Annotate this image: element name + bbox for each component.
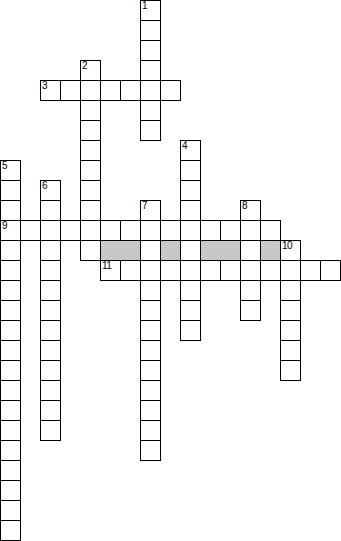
crossword-cell[interactable] bbox=[180, 240, 201, 261]
crossword-board: 1234567891011 bbox=[0, 0, 341, 541]
crossword-cell[interactable] bbox=[140, 20, 161, 41]
crossword-cell[interactable] bbox=[220, 220, 241, 241]
crossword-cell[interactable] bbox=[40, 320, 61, 341]
crossword-cell[interactable] bbox=[240, 300, 261, 321]
crossword-cell[interactable] bbox=[180, 300, 201, 321]
crossword-cell[interactable] bbox=[280, 300, 301, 321]
crossword-cell[interactable] bbox=[240, 280, 261, 301]
clue-number: 5 bbox=[2, 161, 7, 171]
crossword-cell[interactable] bbox=[40, 220, 61, 241]
crossword-cell[interactable] bbox=[40, 240, 61, 261]
crossword-cell[interactable] bbox=[80, 80, 101, 101]
crossword-cell[interactable] bbox=[40, 280, 61, 301]
crossword-cell[interactable] bbox=[0, 280, 21, 301]
crossword-cell[interactable] bbox=[140, 240, 161, 261]
crossword-cell[interactable] bbox=[0, 520, 21, 541]
crossword-cell[interactable]: 1 bbox=[140, 0, 161, 21]
crossword-cell[interactable]: 6 bbox=[40, 180, 61, 201]
crossword-cell[interactable] bbox=[0, 180, 21, 201]
crossword-cell[interactable] bbox=[0, 420, 21, 441]
crossword-cell[interactable] bbox=[40, 260, 61, 281]
crossword-cell[interactable] bbox=[140, 100, 161, 121]
clue-number: 6 bbox=[42, 181, 47, 191]
crossword-cell[interactable] bbox=[0, 340, 21, 361]
crossword-cell[interactable] bbox=[280, 340, 301, 361]
crossword-cell[interactable] bbox=[80, 240, 101, 261]
crossword-cell[interactable] bbox=[140, 220, 161, 241]
crossword-cell[interactable] bbox=[280, 320, 301, 341]
crossword-cell[interactable] bbox=[140, 260, 161, 281]
crossword-cell[interactable] bbox=[0, 260, 21, 281]
crossword-cell[interactable] bbox=[160, 80, 181, 101]
shaded-cell bbox=[200, 240, 221, 261]
crossword-cell[interactable] bbox=[140, 420, 161, 441]
crossword-cell[interactable] bbox=[40, 200, 61, 221]
crossword-cell[interactable] bbox=[60, 80, 81, 101]
crossword-cell[interactable]: 11 bbox=[100, 260, 121, 281]
crossword-cell[interactable] bbox=[20, 220, 41, 241]
crossword-cell[interactable] bbox=[140, 80, 161, 101]
clue-number: 9 bbox=[2, 221, 7, 231]
crossword-cell[interactable]: 9 bbox=[0, 220, 21, 241]
crossword-cell[interactable] bbox=[40, 300, 61, 321]
crossword-cell[interactable] bbox=[160, 220, 181, 241]
crossword-cell[interactable] bbox=[0, 380, 21, 401]
crossword-cell[interactable] bbox=[180, 220, 201, 241]
crossword-cell[interactable] bbox=[100, 220, 121, 241]
crossword-cell[interactable] bbox=[40, 340, 61, 361]
shaded-cell bbox=[260, 240, 281, 261]
crossword-cell[interactable] bbox=[140, 360, 161, 381]
crossword-cell[interactable] bbox=[140, 320, 161, 341]
crossword-cell[interactable]: 3 bbox=[40, 80, 61, 101]
crossword-cell[interactable] bbox=[0, 480, 21, 501]
crossword-cell[interactable] bbox=[240, 240, 261, 261]
crossword-cell[interactable] bbox=[120, 220, 141, 241]
crossword-cell[interactable] bbox=[0, 500, 21, 521]
crossword-cell[interactable] bbox=[160, 260, 181, 281]
crossword-cell[interactable] bbox=[100, 80, 121, 101]
crossword-cell[interactable] bbox=[40, 400, 61, 421]
crossword-cell[interactable] bbox=[140, 340, 161, 361]
crossword-cell[interactable] bbox=[80, 220, 101, 241]
crossword-cell[interactable] bbox=[140, 120, 161, 141]
clue-number: 4 bbox=[182, 141, 187, 151]
crossword-cell[interactable] bbox=[80, 120, 101, 141]
crossword-cell[interactable] bbox=[180, 280, 201, 301]
crossword-cell[interactable] bbox=[140, 60, 161, 81]
clue-number: 1 bbox=[142, 1, 147, 11]
crossword-cell[interactable] bbox=[320, 260, 341, 281]
crossword-cell[interactable] bbox=[200, 220, 221, 241]
clue-number: 3 bbox=[42, 81, 47, 91]
crossword-cell[interactable] bbox=[120, 80, 141, 101]
crossword-cell[interactable] bbox=[80, 180, 101, 201]
crossword-cell[interactable] bbox=[40, 380, 61, 401]
crossword-cell[interactable]: 4 bbox=[180, 140, 201, 161]
crossword-cell[interactable] bbox=[40, 360, 61, 381]
crossword-cell[interactable] bbox=[260, 260, 281, 281]
crossword-cell[interactable] bbox=[140, 280, 161, 301]
clue-number: 10 bbox=[282, 241, 292, 251]
clue-number: 2 bbox=[82, 61, 87, 71]
crossword-cell[interactable] bbox=[0, 360, 21, 381]
crossword-cell[interactable] bbox=[280, 360, 301, 381]
crossword-cell[interactable] bbox=[80, 100, 101, 121]
crossword-cell[interactable] bbox=[180, 320, 201, 341]
crossword-cell[interactable] bbox=[0, 240, 21, 261]
crossword-cell[interactable] bbox=[140, 40, 161, 61]
crossword-cell[interactable] bbox=[0, 440, 21, 461]
crossword-cell[interactable]: 8 bbox=[240, 200, 261, 221]
shaded-cell bbox=[220, 240, 241, 261]
crossword-cell[interactable] bbox=[140, 440, 161, 461]
crossword-cell[interactable] bbox=[200, 260, 221, 281]
crossword-cell[interactable] bbox=[0, 200, 21, 221]
crossword-cell[interactable] bbox=[300, 260, 321, 281]
shaded-cell bbox=[120, 240, 141, 261]
crossword-cell[interactable] bbox=[240, 260, 261, 281]
crossword-cell[interactable]: 5 bbox=[0, 160, 21, 181]
clue-number: 11 bbox=[102, 261, 111, 271]
crossword-cell[interactable] bbox=[0, 400, 21, 421]
crossword-cell[interactable] bbox=[80, 140, 101, 161]
shaded-cell bbox=[100, 240, 121, 261]
crossword-cell[interactable] bbox=[40, 420, 61, 441]
crossword-cell[interactable] bbox=[280, 280, 301, 301]
crossword-cell[interactable]: 7 bbox=[140, 200, 161, 221]
crossword-cell[interactable] bbox=[0, 300, 21, 321]
crossword-cell[interactable] bbox=[140, 380, 161, 401]
crossword-cell[interactable] bbox=[180, 200, 201, 221]
crossword-cell[interactable] bbox=[180, 260, 201, 281]
crossword-cell[interactable] bbox=[80, 160, 101, 181]
shaded-cell bbox=[160, 240, 181, 261]
clue-number: 8 bbox=[242, 201, 247, 211]
crossword-cell[interactable] bbox=[0, 320, 21, 341]
crossword-cell[interactable]: 10 bbox=[280, 240, 301, 261]
crossword-cell[interactable]: 2 bbox=[80, 60, 101, 81]
crossword-cell[interactable] bbox=[240, 220, 261, 241]
crossword-cell[interactable] bbox=[280, 260, 301, 281]
crossword-cell[interactable] bbox=[140, 300, 161, 321]
crossword-cell[interactable] bbox=[80, 200, 101, 221]
crossword-cell[interactable] bbox=[60, 220, 81, 241]
crossword-cell[interactable] bbox=[0, 460, 21, 481]
crossword-cell[interactable] bbox=[120, 260, 141, 281]
clue-number: 7 bbox=[142, 201, 147, 211]
crossword-cell[interactable] bbox=[140, 400, 161, 421]
crossword-cell[interactable] bbox=[220, 260, 241, 281]
crossword-cell[interactable] bbox=[260, 220, 281, 241]
crossword-cell[interactable] bbox=[180, 160, 201, 181]
crossword-cell[interactable] bbox=[180, 180, 201, 201]
